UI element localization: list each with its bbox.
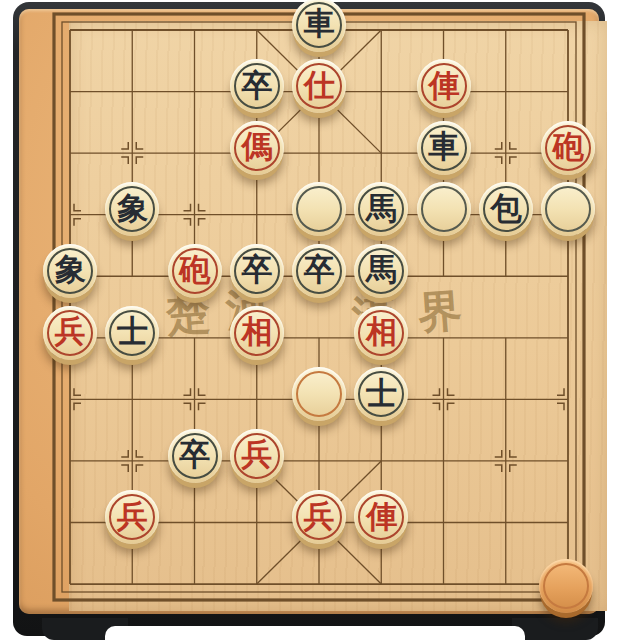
piece-black-soldier[interactable]: 卒 xyxy=(292,244,346,298)
piece-red-soldier[interactable]: 兵 xyxy=(292,490,346,544)
piece-character: 兵 xyxy=(304,501,335,532)
covered-piece[interactable] xyxy=(292,367,346,421)
piece-character: 俥 xyxy=(366,501,397,532)
piece-character: 兵 xyxy=(55,316,86,347)
piece-character: 卒 xyxy=(304,254,335,285)
piece-black-soldier[interactable]: 卒 xyxy=(168,429,222,483)
piece-character: 卒 xyxy=(241,70,272,101)
piece-character: 兵 xyxy=(117,501,148,532)
piece-black-advisor[interactable]: 士 xyxy=(354,367,408,421)
piece-red-chariot[interactable]: 俥 xyxy=(354,490,408,544)
piece-character: 士 xyxy=(117,316,148,347)
app-background: 楚河 漢界 車卒仕俥傌車砲象馬包象砲卒卒馬兵士相相士卒兵兵兵俥 xyxy=(0,0,640,640)
piece-character: 傌 xyxy=(241,131,272,162)
piece-red-horse[interactable]: 傌 xyxy=(230,121,284,175)
piece-character: 相 xyxy=(366,316,397,347)
board-base-cutout xyxy=(105,626,525,640)
piece-black-elephant[interactable]: 象 xyxy=(43,244,97,298)
piece-character: 包 xyxy=(490,193,521,224)
piece-character: 俥 xyxy=(428,70,459,101)
piece-black-soldier[interactable]: 卒 xyxy=(230,244,284,298)
piece-red-elephant[interactable]: 相 xyxy=(230,306,284,360)
piece-red-cannon[interactable]: 砲 xyxy=(541,121,595,175)
piece-character: 馬 xyxy=(366,254,397,285)
piece-black-soldier[interactable]: 卒 xyxy=(230,59,284,113)
piece-grid: 車卒仕俥傌車砲象馬包象砲卒卒馬兵士相相士卒兵兵兵俥 xyxy=(39,0,599,615)
piece-red-elephant[interactable]: 相 xyxy=(354,306,408,360)
piece-black-advisor[interactable]: 士 xyxy=(105,306,159,360)
piece-black-elephant[interactable]: 象 xyxy=(105,182,159,236)
piece-character: 砲 xyxy=(553,131,584,162)
piece-black-horse[interactable]: 馬 xyxy=(354,244,408,298)
piece-character: 兵 xyxy=(241,439,272,470)
piece-character: 相 xyxy=(241,316,272,347)
piece-character: 象 xyxy=(117,193,148,224)
piece-character: 車 xyxy=(304,8,335,39)
piece-red-advisor[interactable]: 仕 xyxy=(292,59,346,113)
covered-piece[interactable] xyxy=(417,182,471,236)
covered-piece[interactable] xyxy=(292,182,346,236)
piece-black-chariot[interactable]: 車 xyxy=(417,121,471,175)
covered-piece[interactable] xyxy=(541,182,595,236)
piece-character: 卒 xyxy=(241,254,272,285)
piece-character: 仕 xyxy=(304,70,335,101)
piece-black-chariot[interactable]: 車 xyxy=(292,0,346,52)
piece-character: 卒 xyxy=(179,439,210,470)
piece-character: 砲 xyxy=(179,254,210,285)
piece-character: 馬 xyxy=(366,193,397,224)
covered-piece[interactable] xyxy=(539,559,593,613)
piece-red-soldier[interactable]: 兵 xyxy=(43,306,97,360)
piece-red-soldier[interactable]: 兵 xyxy=(230,429,284,483)
piece-character: 士 xyxy=(366,378,397,409)
piece-red-chariot[interactable]: 俥 xyxy=(417,59,471,113)
piece-character: 象 xyxy=(55,254,86,285)
piece-red-soldier[interactable]: 兵 xyxy=(105,490,159,544)
piece-red-cannon[interactable]: 砲 xyxy=(168,244,222,298)
piece-character: 車 xyxy=(428,131,459,162)
piece-black-horse[interactable]: 馬 xyxy=(354,182,408,236)
piece-black-cannon[interactable]: 包 xyxy=(479,182,533,236)
